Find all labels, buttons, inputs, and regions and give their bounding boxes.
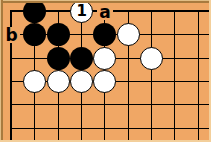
board-frame-left [0,0,3,142]
intersection-r3c1 [0,47,23,70]
white-stone [23,70,46,93]
intersection-r1c2 [23,0,46,23]
intersection-r5c1 [0,93,23,116]
black-stone [93,23,116,46]
intersection-r6c1 [0,117,23,140]
point-label-a: a [97,4,112,20]
intersection-r6c9 [187,117,210,140]
board-frame-bottom [0,140,211,142]
intersection-r3c8 [163,47,186,70]
intersection-r5c7 [140,93,163,116]
black-stone [70,47,93,70]
intersection-r3c9 [187,47,210,70]
intersection-r3c3 [47,47,70,70]
intersection-r2c5 [93,23,116,46]
white-stone-move-1: 1 [70,0,93,23]
intersection-r3c6 [117,47,140,70]
board-frame-right [209,0,211,142]
intersection-r4c8 [163,70,186,93]
intersection-r5c3 [47,93,70,116]
white-stone [70,70,93,93]
intersection-r1c1 [0,0,23,23]
intersection-r1c8 [163,0,186,23]
board-frame-top [0,0,211,3]
intersection-r2c8 [163,23,186,46]
black-stone [23,0,46,23]
intersection-r4c3 [47,70,70,93]
white-stone [93,70,116,93]
white-stone [93,47,116,70]
intersection-r3c5 [93,47,116,70]
intersection-r5c6 [117,93,140,116]
intersection-r4c5 [93,70,116,93]
intersection-r2c2 [23,23,46,46]
go-diagram: 1ab [0,0,211,142]
intersection-r2c7 [140,23,163,46]
intersection-r4c7 [140,70,163,93]
intersection-r1c5: a [93,0,116,23]
intersection-r2c3 [47,23,70,46]
intersection-r6c8 [163,117,186,140]
intersection-r6c6 [117,117,140,140]
intersection-r5c4 [70,93,93,116]
intersection-r1c3 [47,0,70,23]
black-stone [23,23,46,46]
intersection-r5c8 [163,93,186,116]
intersection-r5c5 [93,93,116,116]
intersection-r5c9 [187,93,210,116]
intersection-r6c7 [140,117,163,140]
go-board-grid: 1ab [0,0,210,140]
intersection-r4c2 [23,70,46,93]
intersection-r4c1 [0,70,23,93]
intersection-r1c6 [117,0,140,23]
point-label-b: b [4,27,20,43]
intersection-r3c7 [140,47,163,70]
intersection-r4c9 [187,70,210,93]
intersection-r6c3 [47,117,70,140]
intersection-r2c9 [187,23,210,46]
intersection-r6c5 [93,117,116,140]
intersection-r6c2 [23,117,46,140]
intersection-r1c9 [187,0,210,23]
intersection-r1c7 [140,0,163,23]
intersection-r2c1: b [0,23,23,46]
intersection-r3c4 [70,47,93,70]
black-stone [47,47,70,70]
intersection-r3c2 [23,47,46,70]
black-stone [47,23,70,46]
intersection-r5c2 [23,93,46,116]
intersection-r2c4 [70,23,93,46]
white-stone [140,47,163,70]
intersection-r1c4: 1 [70,0,93,23]
white-stone [47,70,70,93]
intersection-r4c6 [117,70,140,93]
intersection-r2c6 [117,23,140,46]
intersection-r4c4 [70,70,93,93]
intersection-r6c4 [70,117,93,140]
white-stone [117,23,140,46]
